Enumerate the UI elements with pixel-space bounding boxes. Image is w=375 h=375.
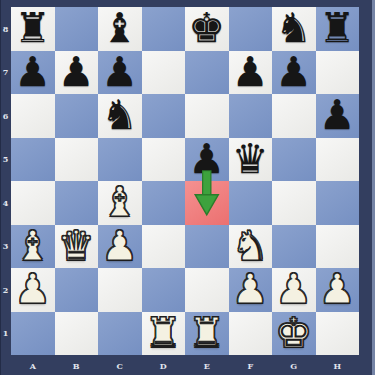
square-g3[interactable] [272,225,316,269]
square-a3[interactable]: ♝ [11,225,55,269]
piece-black-rook-h8[interactable]: ♜ [319,7,356,51]
square-f5[interactable]: ♛ [229,138,273,182]
square-g5[interactable] [272,138,316,182]
square-e6[interactable] [185,94,229,138]
square-h3[interactable] [316,225,360,269]
square-c2[interactable] [98,268,142,312]
square-c3[interactable]: ♟ [98,225,142,269]
square-f7[interactable]: ♟ [229,51,273,95]
file-label-a: A [11,359,55,373]
border-left-edge [0,0,1,375]
square-h6[interactable]: ♟ [316,94,360,138]
square-d5[interactable] [142,138,186,182]
file-label-e: E [185,359,229,373]
piece-black-bishop-c8[interactable]: ♝ [101,7,138,51]
square-d4[interactable] [142,181,186,225]
piece-black-queen-f5[interactable]: ♛ [232,138,269,182]
piece-black-king-e8[interactable]: ♚ [188,7,225,51]
square-f2[interactable]: ♟ [229,268,273,312]
piece-black-pawn-b7[interactable]: ♟ [58,51,95,95]
square-e3[interactable] [185,225,229,269]
piece-white-bishop-a3[interactable]: ♝ [14,225,51,269]
square-f1[interactable] [229,312,273,356]
square-d8[interactable] [142,7,186,51]
square-f4[interactable] [229,181,273,225]
square-e8[interactable]: ♚ [185,7,229,51]
square-a6[interactable] [11,94,55,138]
square-g1[interactable]: ♚ [272,312,316,356]
square-d2[interactable] [142,268,186,312]
chess-board[interactable]: ♜♝♚♞♜♟♟♟♟♟♞♟♟♛♝♝♛♟♞♟♟♟♟♜♜♚ [11,7,359,355]
square-c6[interactable]: ♞ [98,94,142,138]
square-b4[interactable] [55,181,99,225]
square-g7[interactable]: ♟ [272,51,316,95]
square-d6[interactable] [142,94,186,138]
square-b6[interactable] [55,94,99,138]
piece-white-queen-b3[interactable]: ♛ [58,225,95,269]
square-h2[interactable]: ♟ [316,268,360,312]
piece-black-pawn-e5[interactable]: ♟ [188,138,225,182]
chess-board-frame: ♜♝♚♞♜♟♟♟♟♟♞♟♟♛♝♝♛♟♞♟♟♟♟♜♜♚ 87654321ABCDE… [0,0,375,375]
square-c8[interactable]: ♝ [98,7,142,51]
piece-black-knight-c6[interactable]: ♞ [101,94,138,138]
piece-black-pawn-g7[interactable]: ♟ [275,51,312,95]
square-h7[interactable] [316,51,360,95]
piece-black-rook-a8[interactable]: ♜ [14,7,51,51]
piece-black-pawn-f7[interactable]: ♟ [232,51,269,95]
square-b7[interactable]: ♟ [55,51,99,95]
piece-white-king-g1[interactable]: ♚ [275,312,312,356]
square-c1[interactable] [98,312,142,356]
square-g2[interactable]: ♟ [272,268,316,312]
square-b8[interactable] [55,7,99,51]
file-label-b: B [55,359,99,373]
square-a2[interactable]: ♟ [11,268,55,312]
piece-white-pawn-c3[interactable]: ♟ [101,225,138,269]
square-g8[interactable]: ♞ [272,7,316,51]
piece-white-pawn-a2[interactable]: ♟ [14,268,51,312]
rank-label-1: 1 [1,328,10,338]
square-b3[interactable]: ♛ [55,225,99,269]
square-a1[interactable] [11,312,55,356]
square-c7[interactable]: ♟ [98,51,142,95]
file-label-g: G [272,359,316,373]
square-e1[interactable]: ♜ [185,312,229,356]
square-h8[interactable]: ♜ [316,7,360,51]
file-label-h: H [316,359,360,373]
piece-white-bishop-c4[interactable]: ♝ [101,181,138,225]
rank-label-5: 5 [1,154,10,164]
square-b1[interactable] [55,312,99,356]
piece-black-pawn-a7[interactable]: ♟ [14,51,51,95]
square-h5[interactable] [316,138,360,182]
piece-white-pawn-g2[interactable]: ♟ [275,268,312,312]
file-label-c: C [98,359,142,373]
file-label-f: F [229,359,273,373]
square-g4[interactable] [272,181,316,225]
square-d3[interactable] [142,225,186,269]
square-a8[interactable]: ♜ [11,7,55,51]
square-b2[interactable] [55,268,99,312]
square-h1[interactable] [316,312,360,356]
rank-label-8: 8 [1,24,10,34]
square-d1[interactable]: ♜ [142,312,186,356]
square-c5[interactable] [98,138,142,182]
square-e2[interactable] [185,268,229,312]
piece-white-rook-d1[interactable]: ♜ [145,312,182,356]
piece-white-rook-e1[interactable]: ♜ [188,312,225,356]
rank-label-4: 4 [1,198,10,208]
file-label-d: D [142,359,186,373]
square-e4[interactable] [185,181,229,225]
square-e5[interactable]: ♟ [185,138,229,182]
square-f3[interactable]: ♞ [229,225,273,269]
rank-label-2: 2 [1,285,10,295]
square-a5[interactable] [11,138,55,182]
square-h4[interactable] [316,181,360,225]
piece-black-pawn-c7[interactable]: ♟ [101,51,138,95]
rank-label-3: 3 [1,241,10,251]
piece-white-pawn-h2[interactable]: ♟ [319,268,356,312]
square-c4[interactable]: ♝ [98,181,142,225]
square-d7[interactable] [142,51,186,95]
square-g6[interactable] [272,94,316,138]
square-e7[interactable] [185,51,229,95]
square-a4[interactable] [11,181,55,225]
square-f6[interactable] [229,94,273,138]
piece-black-knight-g8[interactable]: ♞ [275,7,312,51]
square-b5[interactable] [55,138,99,182]
rank-label-7: 7 [1,67,10,77]
square-f8[interactable] [229,7,273,51]
piece-black-pawn-h6[interactable]: ♟ [319,94,356,138]
rank-label-6: 6 [1,111,10,121]
piece-white-knight-f3[interactable]: ♞ [232,225,269,269]
piece-white-pawn-f2[interactable]: ♟ [232,268,269,312]
square-a7[interactable]: ♟ [11,51,55,95]
